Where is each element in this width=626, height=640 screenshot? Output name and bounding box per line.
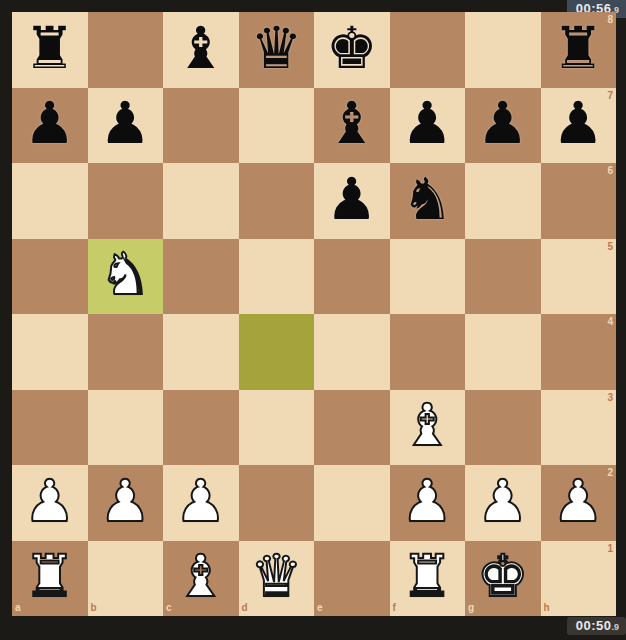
- square-f1[interactable]: ♜f: [390, 541, 466, 617]
- square-a5[interactable]: [12, 239, 88, 315]
- piece-white-pawn[interactable]: ♟: [477, 472, 529, 530]
- coordinate-rank-3: 3: [607, 393, 613, 403]
- square-h8[interactable]: ♜8: [541, 12, 617, 88]
- square-b8[interactable]: [88, 12, 164, 88]
- square-a4[interactable]: [12, 314, 88, 390]
- square-b6[interactable]: [88, 163, 164, 239]
- piece-white-rook[interactable]: ♜: [24, 547, 76, 605]
- square-c1[interactable]: ♝c: [163, 541, 239, 617]
- piece-white-rook[interactable]: ♜: [401, 547, 453, 605]
- coordinate-rank-4: 4: [607, 317, 613, 327]
- coordinate-rank-2: 2: [607, 468, 613, 478]
- square-d7[interactable]: [239, 88, 315, 164]
- clock-white-tenths: .9: [611, 622, 619, 632]
- coordinate-file-f: f: [393, 603, 396, 613]
- square-b1[interactable]: b: [88, 541, 164, 617]
- chess-board[interactable]: ♜♝♛♚♜8♟♟♝♟♟♟7♟♞6♞54♝3♟♟♟♟♟♟2♜ab♝c♛de♜f♚g…: [12, 12, 616, 616]
- square-f6[interactable]: ♞: [390, 163, 466, 239]
- piece-black-bishop[interactable]: ♝: [326, 94, 378, 152]
- piece-black-pawn[interactable]: ♟: [99, 94, 151, 152]
- square-h2[interactable]: ♟2: [541, 465, 617, 541]
- piece-white-bishop[interactable]: ♝: [175, 547, 227, 605]
- square-h5[interactable]: 5: [541, 239, 617, 315]
- piece-black-pawn[interactable]: ♟: [326, 170, 378, 228]
- piece-white-pawn[interactable]: ♟: [552, 472, 604, 530]
- piece-black-queen[interactable]: ♛: [250, 19, 302, 77]
- square-e7[interactable]: ♝: [314, 88, 390, 164]
- coordinate-file-d: d: [242, 603, 248, 613]
- square-h6[interactable]: 6: [541, 163, 617, 239]
- piece-black-pawn[interactable]: ♟: [477, 94, 529, 152]
- piece-black-pawn[interactable]: ♟: [401, 94, 453, 152]
- piece-black-rook[interactable]: ♜: [24, 19, 76, 77]
- piece-white-king[interactable]: ♚: [477, 547, 529, 605]
- square-g5[interactable]: [465, 239, 541, 315]
- square-g8[interactable]: [465, 12, 541, 88]
- square-c3[interactable]: [163, 390, 239, 466]
- square-d1[interactable]: ♛d: [239, 541, 315, 617]
- piece-black-knight[interactable]: ♞: [401, 170, 453, 228]
- coordinate-file-c: c: [166, 603, 172, 613]
- piece-white-queen[interactable]: ♛: [250, 547, 302, 605]
- piece-white-pawn[interactable]: ♟: [401, 472, 453, 530]
- square-e6[interactable]: ♟: [314, 163, 390, 239]
- coordinate-rank-1: 1: [607, 544, 613, 554]
- square-g1[interactable]: ♚g: [465, 541, 541, 617]
- square-h7[interactable]: ♟7: [541, 88, 617, 164]
- square-g7[interactable]: ♟: [465, 88, 541, 164]
- piece-black-bishop[interactable]: ♝: [175, 19, 227, 77]
- coordinate-file-b: b: [91, 603, 97, 613]
- piece-black-rook[interactable]: ♜: [552, 19, 604, 77]
- piece-white-bishop[interactable]: ♝: [401, 396, 453, 454]
- square-c2[interactable]: ♟: [163, 465, 239, 541]
- square-g4[interactable]: [465, 314, 541, 390]
- square-c4[interactable]: [163, 314, 239, 390]
- square-b2[interactable]: ♟: [88, 465, 164, 541]
- square-c6[interactable]: [163, 163, 239, 239]
- clock-white-time: 00:50: [576, 618, 612, 633]
- square-c8[interactable]: ♝: [163, 12, 239, 88]
- square-a6[interactable]: [12, 163, 88, 239]
- square-e5[interactable]: [314, 239, 390, 315]
- coordinate-file-g: g: [468, 603, 474, 613]
- coordinate-rank-7: 7: [607, 91, 613, 101]
- square-h3[interactable]: 3: [541, 390, 617, 466]
- clock-white: 00:50.9: [567, 617, 626, 635]
- coordinate-rank-6: 6: [607, 166, 613, 176]
- square-b4[interactable]: [88, 314, 164, 390]
- square-f3[interactable]: ♝: [390, 390, 466, 466]
- square-e8[interactable]: ♚: [314, 12, 390, 88]
- square-a1[interactable]: ♜a: [12, 541, 88, 617]
- square-g6[interactable]: [465, 163, 541, 239]
- coordinate-file-a: a: [15, 603, 21, 613]
- square-e2[interactable]: [314, 465, 390, 541]
- square-e1[interactable]: e: [314, 541, 390, 617]
- piece-white-pawn[interactable]: ♟: [175, 472, 227, 530]
- square-d8[interactable]: ♛: [239, 12, 315, 88]
- square-b5[interactable]: ♞: [88, 239, 164, 315]
- square-f2[interactable]: ♟: [390, 465, 466, 541]
- square-a2[interactable]: ♟: [12, 465, 88, 541]
- piece-black-king[interactable]: ♚: [326, 19, 378, 77]
- square-d4[interactable]: [239, 314, 315, 390]
- square-f4[interactable]: [390, 314, 466, 390]
- square-b3[interactable]: [88, 390, 164, 466]
- coordinate-rank-5: 5: [607, 242, 613, 252]
- coordinate-file-e: e: [317, 603, 323, 613]
- square-a8[interactable]: ♜: [12, 12, 88, 88]
- square-d5[interactable]: [239, 239, 315, 315]
- square-b7[interactable]: ♟: [88, 88, 164, 164]
- coordinate-rank-8: 8: [607, 15, 613, 25]
- square-d6[interactable]: [239, 163, 315, 239]
- square-g3[interactable]: [465, 390, 541, 466]
- square-d2[interactable]: [239, 465, 315, 541]
- square-h1[interactable]: 1h: [541, 541, 617, 617]
- square-f5[interactable]: [390, 239, 466, 315]
- square-f7[interactable]: ♟: [390, 88, 466, 164]
- piece-white-pawn[interactable]: ♟: [99, 472, 151, 530]
- square-e3[interactable]: [314, 390, 390, 466]
- coordinate-file-h: h: [544, 603, 550, 613]
- square-c5[interactable]: [163, 239, 239, 315]
- piece-white-pawn[interactable]: ♟: [24, 472, 76, 530]
- square-a7[interactable]: ♟: [12, 88, 88, 164]
- square-d3[interactable]: [239, 390, 315, 466]
- square-g2[interactable]: ♟: [465, 465, 541, 541]
- square-h4[interactable]: 4: [541, 314, 617, 390]
- piece-black-pawn[interactable]: ♟: [552, 94, 604, 152]
- square-f8[interactable]: [390, 12, 466, 88]
- square-c7[interactable]: [163, 88, 239, 164]
- piece-white-knight[interactable]: ♞: [99, 245, 151, 303]
- square-a3[interactable]: [12, 390, 88, 466]
- piece-black-pawn[interactable]: ♟: [24, 94, 76, 152]
- square-e4[interactable]: [314, 314, 390, 390]
